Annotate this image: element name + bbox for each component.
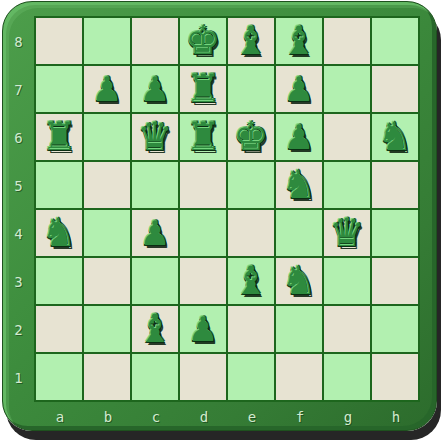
piece-green-knight[interactable]: ♞	[372, 114, 418, 160]
square-d3[interactable]	[180, 258, 226, 304]
square-h8[interactable]	[372, 18, 418, 64]
chess-board[interactable]: ♚♝♝♟♟♜♟♜♛♜♚♟♞♞♞♟♛♝♞♝♟	[34, 16, 420, 402]
piece-green-king[interactable]: ♚	[180, 18, 226, 64]
piece-green-knight[interactable]: ♞	[36, 210, 82, 256]
piece-green-bishop[interactable]: ♝	[228, 18, 274, 64]
square-e1[interactable]	[228, 354, 274, 400]
square-b1[interactable]	[84, 354, 130, 400]
square-a4[interactable]: ♞	[36, 210, 82, 256]
square-a6[interactable]: ♜	[36, 114, 82, 160]
piece-green-queen[interactable]: ♛	[324, 210, 370, 256]
piece-green-pawn[interactable]: ♟	[180, 306, 226, 352]
square-b4[interactable]	[84, 210, 130, 256]
square-g1[interactable]	[324, 354, 370, 400]
piece-green-knight[interactable]: ♞	[276, 258, 322, 304]
square-e7[interactable]	[228, 66, 274, 112]
file-label-c: c	[132, 404, 180, 430]
square-g4[interactable]: ♛	[324, 210, 370, 256]
square-e4[interactable]	[228, 210, 274, 256]
rank-label-3: 3	[3, 258, 34, 306]
square-e8[interactable]: ♝	[228, 18, 274, 64]
square-d2[interactable]: ♟	[180, 306, 226, 352]
square-b2[interactable]	[84, 306, 130, 352]
square-g5[interactable]	[324, 162, 370, 208]
square-g8[interactable]	[324, 18, 370, 64]
square-f4[interactable]	[276, 210, 322, 256]
square-d5[interactable]	[180, 162, 226, 208]
square-a5[interactable]	[36, 162, 82, 208]
piece-green-rook[interactable]: ♜	[180, 66, 226, 112]
square-b6[interactable]	[84, 114, 130, 160]
square-e6[interactable]: ♚	[228, 114, 274, 160]
file-label-a: a	[36, 404, 84, 430]
square-f8[interactable]: ♝	[276, 18, 322, 64]
file-label-d: d	[180, 404, 228, 430]
square-d8[interactable]: ♚	[180, 18, 226, 64]
rank-label-8: 8	[3, 18, 34, 66]
piece-green-pawn[interactable]: ♟	[132, 66, 178, 112]
square-b8[interactable]	[84, 18, 130, 64]
square-a8[interactable]	[36, 18, 82, 64]
file-labels: abcdefgh	[36, 404, 420, 430]
square-c6[interactable]: ♛	[132, 114, 178, 160]
square-e5[interactable]	[228, 162, 274, 208]
piece-green-queen[interactable]: ♛	[132, 114, 178, 160]
square-b5[interactable]	[84, 162, 130, 208]
square-b3[interactable]	[84, 258, 130, 304]
square-d4[interactable]	[180, 210, 226, 256]
square-d6[interactable]: ♜	[180, 114, 226, 160]
square-h6[interactable]: ♞	[372, 114, 418, 160]
square-h5[interactable]	[372, 162, 418, 208]
square-c3[interactable]	[132, 258, 178, 304]
square-c8[interactable]	[132, 18, 178, 64]
rank-label-5: 5	[3, 162, 34, 210]
square-a1[interactable]	[36, 354, 82, 400]
square-g6[interactable]	[324, 114, 370, 160]
square-a7[interactable]	[36, 66, 82, 112]
square-c1[interactable]	[132, 354, 178, 400]
square-f2[interactable]	[276, 306, 322, 352]
piece-green-king[interactable]: ♚	[228, 114, 274, 160]
square-g7[interactable]	[324, 66, 370, 112]
piece-green-pawn[interactable]: ♟	[276, 114, 322, 160]
rank-labels: 87654321	[3, 18, 34, 402]
square-f5[interactable]: ♞	[276, 162, 322, 208]
square-f1[interactable]	[276, 354, 322, 400]
piece-green-pawn[interactable]: ♟	[84, 66, 130, 112]
square-g3[interactable]	[324, 258, 370, 304]
square-e2[interactable]	[228, 306, 274, 352]
square-h7[interactable]	[372, 66, 418, 112]
square-d7[interactable]: ♜	[180, 66, 226, 112]
square-a2[interactable]	[36, 306, 82, 352]
square-g2[interactable]	[324, 306, 370, 352]
piece-green-bishop[interactable]: ♝	[276, 18, 322, 64]
piece-green-bishop[interactable]: ♝	[132, 306, 178, 352]
square-c5[interactable]	[132, 162, 178, 208]
piece-green-rook[interactable]: ♜	[36, 114, 82, 160]
square-f3[interactable]: ♞	[276, 258, 322, 304]
square-h3[interactable]	[372, 258, 418, 304]
square-c2[interactable]: ♝	[132, 306, 178, 352]
square-h1[interactable]	[372, 354, 418, 400]
piece-green-rook[interactable]: ♜	[180, 114, 226, 160]
file-label-h: h	[372, 404, 420, 430]
square-h2[interactable]	[372, 306, 418, 352]
rank-label-7: 7	[3, 66, 34, 114]
square-d1[interactable]	[180, 354, 226, 400]
square-c4[interactable]: ♟	[132, 210, 178, 256]
file-label-g: g	[324, 404, 372, 430]
square-a3[interactable]	[36, 258, 82, 304]
rank-label-4: 4	[3, 210, 34, 258]
square-f7[interactable]: ♟	[276, 66, 322, 112]
rank-label-2: 2	[3, 306, 34, 354]
file-label-b: b	[84, 404, 132, 430]
piece-green-pawn[interactable]: ♟	[276, 66, 322, 112]
square-h4[interactable]	[372, 210, 418, 256]
piece-green-pawn[interactable]: ♟	[132, 210, 178, 256]
square-e3[interactable]: ♝	[228, 258, 274, 304]
square-c7[interactable]: ♟	[132, 66, 178, 112]
rank-label-1: 1	[3, 354, 34, 402]
rank-label-6: 6	[3, 114, 34, 162]
board-frame: 87654321 abcdefgh ♚♝♝♟♟♜♟♜♛♜♚♟♞♞♞♟♛♝♞♝♟	[2, 1, 437, 431]
file-label-f: f	[276, 404, 324, 430]
piece-green-bishop[interactable]: ♝	[228, 258, 274, 304]
piece-green-knight[interactable]: ♞	[276, 162, 322, 208]
square-f6[interactable]: ♟	[276, 114, 322, 160]
file-label-e: e	[228, 404, 276, 430]
square-b7[interactable]: ♟	[84, 66, 130, 112]
